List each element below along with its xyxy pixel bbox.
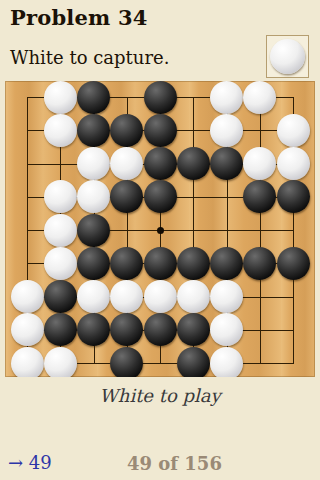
- black-stone: [210, 147, 243, 180]
- white-stone: [277, 147, 310, 180]
- black-stone: [144, 147, 177, 180]
- black-stone: [277, 247, 310, 280]
- black-stone: [77, 114, 110, 147]
- white-stone: [210, 114, 243, 147]
- problem-instruction: White to capture.: [10, 47, 169, 68]
- black-stone: [210, 247, 243, 280]
- stones-layer: [10, 81, 309, 377]
- black-stone: [177, 247, 210, 280]
- black-stone: [110, 180, 143, 213]
- white-stone: [210, 280, 243, 313]
- black-stone: [77, 81, 110, 114]
- white-stone: [243, 147, 276, 180]
- black-stone: [177, 347, 210, 377]
- black-stone: [44, 313, 77, 346]
- black-stone: [177, 313, 210, 346]
- white-stone: [44, 81, 77, 114]
- black-stone: [110, 247, 143, 280]
- white-stone: [110, 280, 143, 313]
- black-stone: [77, 214, 110, 247]
- black-stone: [77, 247, 110, 280]
- black-stone: [144, 81, 177, 114]
- black-stone: [243, 180, 276, 213]
- white-stone: [277, 114, 310, 147]
- board-caption: White to play: [0, 385, 320, 406]
- right-arrow-icon: →: [8, 452, 23, 473]
- white-stone: [11, 280, 44, 313]
- progress-label: 49 of 156: [127, 453, 222, 474]
- goto-problem-number: 49: [29, 452, 52, 473]
- black-stone: [144, 114, 177, 147]
- white-stone: [210, 313, 243, 346]
- white-stone: [77, 180, 110, 213]
- white-stone: [44, 180, 77, 213]
- turn-indicator: [266, 35, 309, 78]
- white-stone: [44, 247, 77, 280]
- black-stone: [277, 180, 310, 213]
- black-stone: [110, 313, 143, 346]
- go-board[interactable]: [5, 81, 315, 377]
- goto-problem-link[interactable]: → 49: [8, 452, 52, 473]
- white-stone: [77, 280, 110, 313]
- white-stone: [144, 280, 177, 313]
- white-stone-icon: [270, 39, 305, 74]
- white-stone: [77, 147, 110, 180]
- black-stone: [144, 313, 177, 346]
- white-stone: [11, 347, 44, 377]
- white-stone: [177, 280, 210, 313]
- black-stone: [110, 114, 143, 147]
- black-stone: [177, 147, 210, 180]
- white-stone: [110, 147, 143, 180]
- white-stone: [44, 214, 77, 247]
- white-stone: [44, 347, 77, 377]
- white-stone: [210, 81, 243, 114]
- white-stone: [210, 347, 243, 377]
- white-stone: [11, 313, 44, 346]
- white-stone: [243, 81, 276, 114]
- black-stone: [110, 347, 143, 377]
- app-screen: Problem 34 White to capture. White to pl…: [0, 0, 320, 480]
- white-stone: [44, 114, 77, 147]
- black-stone: [144, 247, 177, 280]
- page-title: Problem 34: [10, 5, 148, 30]
- black-stone: [44, 280, 77, 313]
- black-stone: [243, 247, 276, 280]
- black-stone: [77, 313, 110, 346]
- black-stone: [144, 180, 177, 213]
